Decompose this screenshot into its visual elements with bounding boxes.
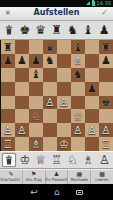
square-f8[interactable]: ♝ bbox=[71, 40, 85, 54]
square-a3[interactable] bbox=[1, 109, 15, 123]
piece-black-pawn: ♟ bbox=[31, 55, 41, 66]
square-h2[interactable]: ♙ bbox=[99, 123, 113, 137]
square-b3[interactable] bbox=[15, 109, 29, 123]
palette-black-queen[interactable]: ♛ bbox=[33, 21, 49, 40]
piece-black-pawn: ♟ bbox=[101, 55, 111, 66]
square-h7[interactable]: ♟ bbox=[99, 54, 113, 68]
piece-white-pawn: ♙ bbox=[45, 97, 55, 108]
square-g7[interactable] bbox=[85, 54, 99, 68]
square-c6[interactable]: ♝ bbox=[29, 68, 43, 82]
square-b5[interactable] bbox=[15, 82, 29, 96]
home-icon[interactable]: ⌂ bbox=[54, 188, 60, 197]
square-d2[interactable] bbox=[43, 123, 57, 137]
palette-white-bishop[interactable]: ♗ bbox=[80, 152, 96, 168]
square-e3[interactable] bbox=[57, 109, 71, 123]
piece-black-knight: ♞ bbox=[73, 69, 83, 80]
square-d8[interactable]: ♛ bbox=[43, 40, 57, 54]
square-a6[interactable] bbox=[1, 68, 15, 82]
square-f3[interactable]: ♕ bbox=[71, 109, 85, 123]
android-nav-bar: ↩ ⌂ bbox=[0, 184, 113, 200]
square-a4[interactable] bbox=[1, 96, 15, 110]
page-title: Aufstellen bbox=[0, 9, 113, 17]
piece-black-pawn: ♟ bbox=[17, 55, 27, 66]
toolbar-button-label: En Passant bbox=[46, 178, 68, 182]
square-a7[interactable]: ♟ bbox=[1, 54, 15, 68]
piece-white-pawn: ♙ bbox=[73, 125, 83, 136]
palette-black-bishop[interactable]: ♝ bbox=[80, 21, 96, 40]
piece-black-queen: ♛ bbox=[45, 42, 55, 53]
toolbar-button-label: Am Zug bbox=[26, 178, 42, 182]
square-c1[interactable]: ♗ bbox=[29, 137, 43, 151]
setup-toolbar: ✎Startaufst.⚑Am Zug♟En Passant▦Rochade▩L… bbox=[0, 169, 113, 185]
square-f5[interactable] bbox=[71, 82, 85, 96]
square-g2[interactable]: ♙ bbox=[85, 123, 99, 137]
square-d7[interactable]: ♞ bbox=[43, 54, 57, 68]
battery-icon bbox=[92, 1, 95, 6]
piece-black-bishop: ♝ bbox=[73, 42, 83, 53]
white-king-icon: ♔ bbox=[19, 154, 30, 166]
piece-black-pawn: ♟ bbox=[3, 55, 13, 66]
palette-white-rook[interactable]: ♖ bbox=[49, 152, 65, 168]
toolbar-button-2[interactable]: ♟En Passant bbox=[46, 170, 69, 185]
square-g4[interactable] bbox=[85, 96, 99, 110]
piece-black-rook: ♜ bbox=[101, 42, 111, 53]
back-icon[interactable]: ↩ bbox=[30, 188, 38, 197]
delete-tool-button[interactable] bbox=[1, 21, 17, 40]
square-d3[interactable] bbox=[43, 109, 57, 123]
palette-white-pawn[interactable]: ♙ bbox=[96, 152, 112, 168]
square-a5[interactable] bbox=[1, 82, 15, 96]
square-e2[interactable] bbox=[57, 123, 71, 137]
square-c8[interactable] bbox=[29, 40, 43, 54]
piece-black-bishop: ♝ bbox=[31, 69, 41, 80]
piece-white-pawn: ♙ bbox=[17, 125, 27, 136]
white-piece-palette: ♔♕♖♘♗♙ bbox=[0, 151, 113, 169]
square-e5[interactable] bbox=[57, 82, 71, 96]
piece-white-bishop: ♗ bbox=[31, 139, 41, 150]
trash-icon bbox=[3, 24, 15, 36]
square-a1[interactable]: ♖ bbox=[1, 137, 15, 151]
toolbar-button-label: Leeren bbox=[95, 178, 109, 182]
piece-black-king: ♚ bbox=[101, 97, 111, 108]
black-queen-icon: ♛ bbox=[35, 24, 46, 36]
white-knight-icon: ♘ bbox=[67, 154, 78, 166]
piece-black-pawn: ♟ bbox=[87, 83, 97, 94]
black-bishop-icon: ♝ bbox=[83, 24, 94, 36]
piece-white-pawn: ♙ bbox=[87, 125, 97, 136]
black-king-icon: ♚ bbox=[19, 24, 30, 36]
square-h5[interactable] bbox=[99, 82, 113, 96]
toolbar-button-label: Startaufst. bbox=[0, 178, 21, 182]
palette-black-pawn[interactable]: ♟ bbox=[96, 21, 112, 40]
square-e7[interactable] bbox=[57, 54, 71, 68]
square-b7[interactable]: ♟ bbox=[15, 54, 29, 68]
square-h1[interactable]: ♖ bbox=[99, 137, 113, 151]
square-d5[interactable] bbox=[43, 82, 57, 96]
black-knight-icon: ♞ bbox=[67, 24, 78, 36]
palette-white-knight[interactable]: ♘ bbox=[64, 152, 80, 168]
square-e6[interactable] bbox=[57, 68, 71, 82]
piece-white-pawn: ♙ bbox=[3, 125, 13, 136]
signal-icon bbox=[86, 1, 90, 5]
square-f4[interactable] bbox=[71, 96, 85, 110]
piece-white-pawn: ♙ bbox=[59, 97, 69, 108]
square-d6[interactable] bbox=[43, 68, 57, 82]
white-queen-icon: ♕ bbox=[35, 154, 46, 166]
black-pawn-icon: ♟ bbox=[99, 24, 110, 36]
white-bishop-icon: ♗ bbox=[83, 154, 94, 166]
square-a8[interactable]: ♜ bbox=[1, 40, 15, 54]
square-g6[interactable] bbox=[85, 68, 99, 82]
square-b8[interactable] bbox=[15, 40, 29, 54]
square-b2[interactable]: ♙ bbox=[15, 123, 29, 137]
palette-black-rook[interactable]: ♜ bbox=[49, 21, 65, 40]
square-c2[interactable] bbox=[29, 123, 43, 137]
square-g5[interactable]: ♟ bbox=[85, 82, 99, 96]
square-e1[interactable]: ♔ bbox=[57, 137, 71, 151]
delete-tool-button-selected[interactable] bbox=[1, 152, 17, 168]
clock-text: 14:33 bbox=[97, 1, 111, 6]
toolbar-button-label: Rochade bbox=[71, 178, 88, 182]
black-rook-icon: ♜ bbox=[51, 24, 62, 36]
palette-black-king[interactable]: ♚ bbox=[17, 21, 33, 40]
palette-white-queen[interactable]: ♕ bbox=[33, 152, 49, 168]
toolbar-button-0[interactable]: ✎Startaufst. bbox=[0, 170, 23, 185]
trash-icon bbox=[2, 153, 16, 167]
square-d4[interactable]: ♙ bbox=[43, 96, 57, 110]
square-b1[interactable] bbox=[15, 137, 29, 151]
chess-board[interactable]: ♜♛♝♜♟♟♟♞♗♟♝♞♟♙♙♚♘♕♙♙♙♙♙♖♗♔♖ bbox=[0, 40, 113, 151]
white-rook-icon: ♖ bbox=[51, 154, 62, 166]
black-piece-palette: ♚♛♜♞♝♟ bbox=[0, 21, 113, 41]
palette-black-knight[interactable]: ♞ bbox=[64, 21, 80, 40]
status-bar: 14:33 bbox=[0, 0, 113, 7]
square-b4[interactable] bbox=[15, 96, 29, 110]
action-bar: ✕ Aufstellen ✓ bbox=[0, 7, 113, 21]
toolbar-button-4[interactable]: ▩Leeren bbox=[91, 170, 113, 185]
square-e8[interactable] bbox=[57, 40, 71, 54]
piece-white-bishop: ♗ bbox=[73, 55, 83, 66]
square-e4[interactable]: ♙ bbox=[57, 96, 71, 110]
toolbar-button-3[interactable]: ▦Rochade bbox=[68, 170, 91, 185]
square-h8[interactable]: ♜ bbox=[99, 40, 113, 54]
square-h3[interactable] bbox=[99, 109, 113, 123]
square-g1[interactable] bbox=[85, 137, 99, 151]
toolbar-button-1[interactable]: ⚑Am Zug bbox=[23, 170, 46, 185]
piece-white-knight: ♘ bbox=[31, 111, 41, 122]
piece-white-king: ♔ bbox=[59, 139, 69, 150]
square-c4[interactable] bbox=[29, 96, 43, 110]
square-b6[interactable] bbox=[15, 68, 29, 82]
square-a2[interactable]: ♙ bbox=[1, 123, 15, 137]
setup-screen: 14:33 ✕ Aufstellen ✓ ♚♛♜♞♝♟ ♜♛♝♜♟♟♟♞♗♟♝♞… bbox=[0, 0, 113, 200]
piece-white-queen: ♕ bbox=[73, 111, 83, 122]
square-h6[interactable] bbox=[99, 68, 113, 82]
piece-white-rook: ♖ bbox=[101, 139, 111, 150]
square-d1[interactable] bbox=[43, 137, 57, 151]
square-c3[interactable]: ♘ bbox=[29, 109, 43, 123]
piece-white-pawn: ♙ bbox=[101, 125, 111, 136]
recents-icon[interactable] bbox=[76, 190, 83, 195]
square-g8[interactable] bbox=[85, 40, 99, 54]
square-c5[interactable] bbox=[29, 82, 43, 96]
piece-white-rook: ♖ bbox=[3, 139, 13, 150]
square-h4[interactable]: ♚ bbox=[99, 96, 113, 110]
palette-white-king[interactable]: ♔ bbox=[17, 152, 33, 168]
square-f1[interactable] bbox=[71, 137, 85, 151]
square-g3[interactable] bbox=[85, 109, 99, 123]
confirm-button[interactable]: ✓ bbox=[101, 9, 108, 17]
square-c7[interactable]: ♟ bbox=[29, 54, 43, 68]
square-f6[interactable]: ♞ bbox=[71, 68, 85, 82]
piece-black-knight: ♞ bbox=[45, 55, 55, 66]
piece-black-rook: ♜ bbox=[3, 42, 13, 53]
white-pawn-icon: ♙ bbox=[99, 154, 110, 166]
square-f2[interactable]: ♙ bbox=[71, 123, 85, 137]
square-f7[interactable]: ♗ bbox=[71, 54, 85, 68]
